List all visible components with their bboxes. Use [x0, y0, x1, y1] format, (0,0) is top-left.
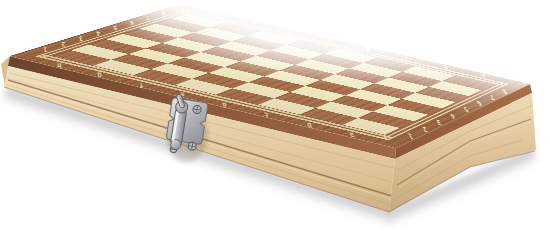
- chess-box-photo: hhggffeeddccbbaa8877665544332211: [0, 0, 550, 246]
- metal-latch: [0, 0, 550, 246]
